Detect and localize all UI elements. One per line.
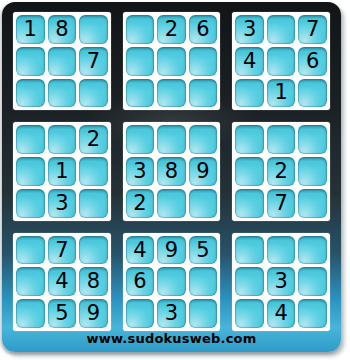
cell-r2c6[interactable] bbox=[189, 47, 218, 76]
cell-r4c9[interactable] bbox=[298, 125, 327, 154]
cell-r8c2[interactable]: 4 bbox=[48, 267, 77, 296]
cell-r7c6[interactable]: 5 bbox=[189, 236, 218, 265]
box-1-2: 26 bbox=[123, 12, 221, 110]
sudoku-screenshot: 1872637461213389227748594956334 www.sudo… bbox=[0, 0, 350, 360]
cell-r9c7[interactable] bbox=[235, 299, 264, 328]
cell-r5c1[interactable] bbox=[16, 157, 45, 186]
cell-r6c3[interactable] bbox=[79, 189, 108, 218]
box-1-3: 37461 bbox=[232, 12, 330, 110]
cell-r7c2[interactable]: 7 bbox=[48, 236, 77, 265]
cell-r1c5[interactable]: 2 bbox=[157, 15, 186, 44]
box-1-1: 187 bbox=[13, 12, 111, 110]
cell-r7c1[interactable] bbox=[16, 236, 45, 265]
cell-r3c2[interactable] bbox=[48, 79, 77, 108]
cell-r1c6[interactable]: 6 bbox=[189, 15, 218, 44]
cell-r4c4[interactable] bbox=[126, 125, 155, 154]
cell-r7c5[interactable]: 9 bbox=[157, 236, 186, 265]
cell-r8c6[interactable] bbox=[189, 267, 218, 296]
box-2-2: 3892 bbox=[123, 122, 221, 220]
cell-r6c1[interactable] bbox=[16, 189, 45, 218]
cell-r6c8[interactable]: 7 bbox=[267, 189, 296, 218]
cell-r3c9[interactable] bbox=[298, 79, 327, 108]
cell-r8c4[interactable]: 6 bbox=[126, 267, 155, 296]
cell-r6c5[interactable] bbox=[157, 189, 186, 218]
cell-r6c6[interactable] bbox=[189, 189, 218, 218]
cell-r5c5[interactable]: 8 bbox=[157, 157, 186, 186]
cell-r4c7[interactable] bbox=[235, 125, 264, 154]
cell-r5c6[interactable]: 9 bbox=[189, 157, 218, 186]
cell-r1c8[interactable] bbox=[267, 15, 296, 44]
cell-r8c3[interactable]: 8 bbox=[79, 267, 108, 296]
cell-r2c4[interactable] bbox=[126, 47, 155, 76]
cell-r5c2[interactable]: 1 bbox=[48, 157, 77, 186]
cell-r4c1[interactable] bbox=[16, 125, 45, 154]
cell-r9c5[interactable]: 3 bbox=[157, 299, 186, 328]
cell-r5c8[interactable]: 2 bbox=[267, 157, 296, 186]
cell-r3c1[interactable] bbox=[16, 79, 45, 108]
sudoku-board: 1872637461213389227748594956334 www.sudo… bbox=[2, 2, 341, 352]
cell-r7c7[interactable] bbox=[235, 236, 264, 265]
cell-r9c1[interactable] bbox=[16, 299, 45, 328]
cell-r3c5[interactable] bbox=[157, 79, 186, 108]
cell-r1c9[interactable]: 7 bbox=[298, 15, 327, 44]
cell-r5c7[interactable] bbox=[235, 157, 264, 186]
cell-r7c8[interactable] bbox=[267, 236, 296, 265]
cell-r1c1[interactable]: 1 bbox=[16, 15, 45, 44]
cell-r6c9[interactable] bbox=[298, 189, 327, 218]
cell-r2c8[interactable] bbox=[267, 47, 296, 76]
cell-r8c8[interactable]: 3 bbox=[267, 267, 296, 296]
box-3-1: 74859 bbox=[13, 233, 111, 331]
cell-r4c3[interactable]: 2 bbox=[79, 125, 108, 154]
box-3-2: 49563 bbox=[123, 233, 221, 331]
cell-r9c4[interactable] bbox=[126, 299, 155, 328]
box-3-3: 34 bbox=[232, 233, 330, 331]
cell-r9c6[interactable] bbox=[189, 299, 218, 328]
cell-r3c6[interactable] bbox=[189, 79, 218, 108]
cell-r6c4[interactable]: 2 bbox=[126, 189, 155, 218]
cell-r9c8[interactable]: 4 bbox=[267, 299, 296, 328]
box-2-3: 27 bbox=[232, 122, 330, 220]
box-2-1: 213 bbox=[13, 122, 111, 220]
cell-r8c9[interactable] bbox=[298, 267, 327, 296]
cell-r9c9[interactable] bbox=[298, 299, 327, 328]
cell-r4c6[interactable] bbox=[189, 125, 218, 154]
cell-r5c4[interactable]: 3 bbox=[126, 157, 155, 186]
cell-r5c3[interactable] bbox=[79, 157, 108, 186]
cell-r2c2[interactable] bbox=[48, 47, 77, 76]
cell-r3c7[interactable] bbox=[235, 79, 264, 108]
cell-r1c7[interactable]: 3 bbox=[235, 15, 264, 44]
cell-r1c3[interactable] bbox=[79, 15, 108, 44]
cell-r2c3[interactable]: 7 bbox=[79, 47, 108, 76]
cell-r6c7[interactable] bbox=[235, 189, 264, 218]
cell-r8c1[interactable] bbox=[16, 267, 45, 296]
cell-r2c1[interactable] bbox=[16, 47, 45, 76]
cell-r2c9[interactable]: 6 bbox=[298, 47, 327, 76]
cell-r7c9[interactable] bbox=[298, 236, 327, 265]
cell-r6c2[interactable]: 3 bbox=[48, 189, 77, 218]
cell-r3c3[interactable] bbox=[79, 79, 108, 108]
site-url-label: www.sudokusweb.com bbox=[2, 331, 341, 350]
cell-r7c3[interactable] bbox=[79, 236, 108, 265]
cell-r4c2[interactable] bbox=[48, 125, 77, 154]
cell-r1c4[interactable] bbox=[126, 15, 155, 44]
cell-r7c4[interactable]: 4 bbox=[126, 236, 155, 265]
cell-r3c4[interactable] bbox=[126, 79, 155, 108]
cell-r9c2[interactable]: 5 bbox=[48, 299, 77, 328]
cell-r3c8[interactable]: 1 bbox=[267, 79, 296, 108]
cell-r1c2[interactable]: 8 bbox=[48, 15, 77, 44]
cell-r2c7[interactable]: 4 bbox=[235, 47, 264, 76]
cell-r8c7[interactable] bbox=[235, 267, 264, 296]
cell-r9c3[interactable]: 9 bbox=[79, 299, 108, 328]
cell-r8c5[interactable] bbox=[157, 267, 186, 296]
sudoku-grid: 1872637461213389227748594956334 bbox=[13, 12, 330, 331]
cell-r5c9[interactable] bbox=[298, 157, 327, 186]
cell-r4c5[interactable] bbox=[157, 125, 186, 154]
cell-r4c8[interactable] bbox=[267, 125, 296, 154]
cell-r2c5[interactable] bbox=[157, 47, 186, 76]
